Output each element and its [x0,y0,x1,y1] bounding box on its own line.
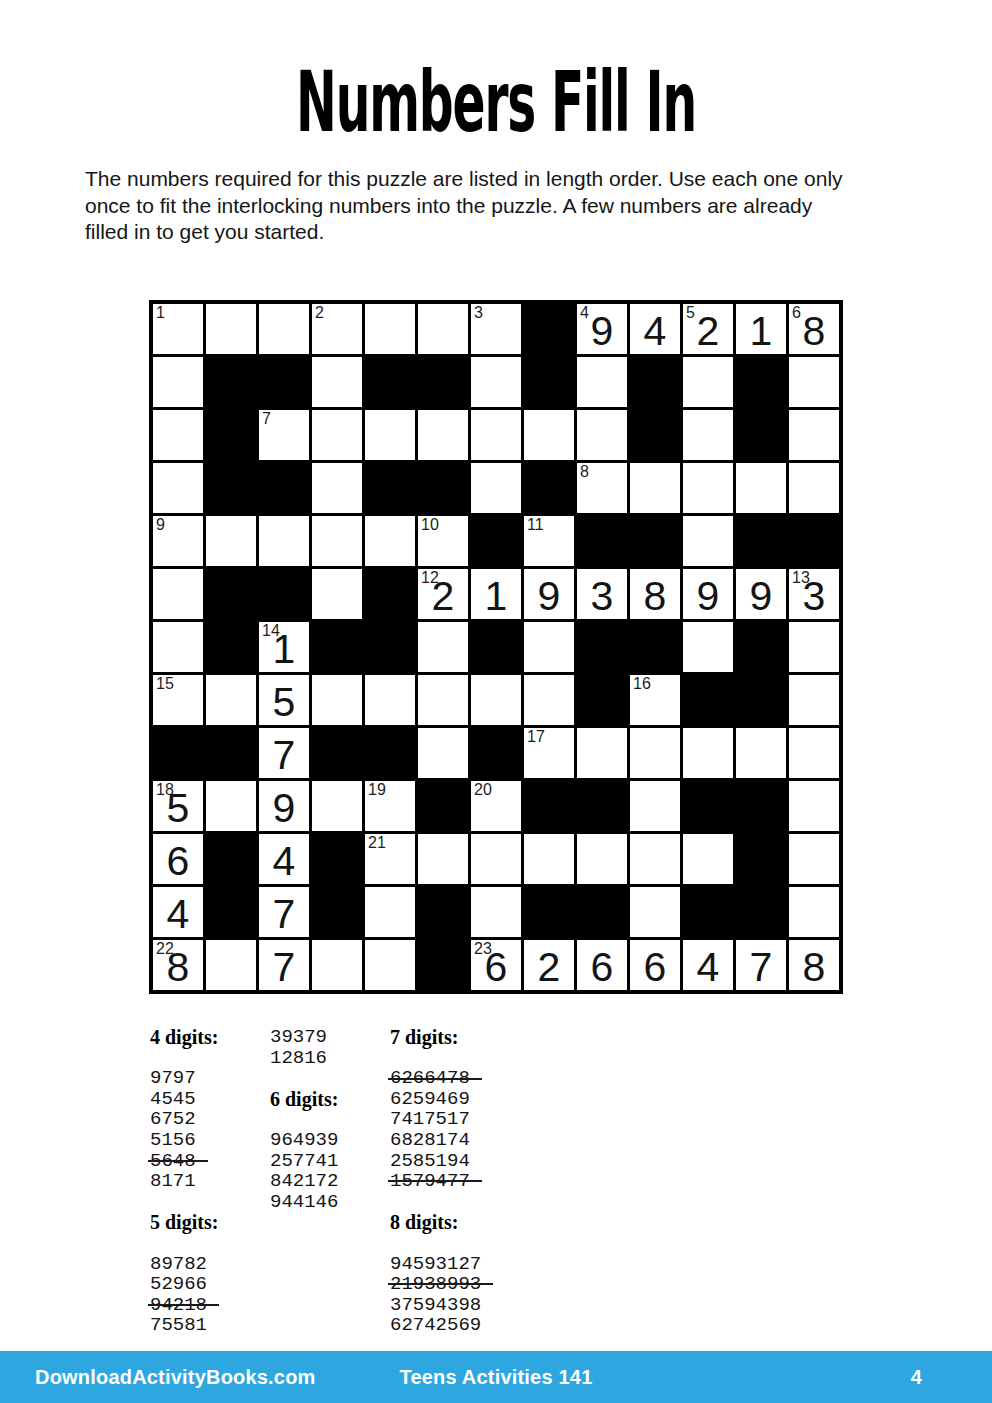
grid-cell[interactable] [153,622,203,672]
list-number-struck: 5648 [150,1150,268,1171]
list-number: 5156 [150,1129,268,1150]
cell-value: 7 [259,728,309,778]
clue-number: 16 [633,676,651,693]
footer-book-title: Teens Activities 141 [0,1351,992,1403]
grid-cell[interactable]: 15 [153,675,203,725]
cell-value: 4 [630,304,680,354]
black-cell [206,887,256,937]
cell-value: 1 [471,569,521,619]
black-cell [524,463,574,513]
grid-cell[interactable] [418,304,468,354]
black-cell [683,781,733,831]
grid-cell[interactable] [471,675,521,725]
grid-cell[interactable]: 4 [630,304,680,354]
grid-cell[interactable]: 20 [471,781,521,831]
grid-cell[interactable] [789,781,839,831]
list-spacer [270,1067,388,1088]
instructions-line: filled in to get you started. [85,219,930,246]
cell-value: 7 [259,887,309,937]
grid-cell[interactable] [683,622,733,672]
black-cell [683,887,733,937]
puzzle-title: Numbers Fill In [208,60,783,144]
grid-cell[interactable] [206,516,256,566]
list-number-struck: 21938993 [390,1273,508,1294]
black-cell [206,622,256,672]
grid-cell[interactable] [312,463,362,513]
grid-cell[interactable]: 133 [789,569,839,619]
black-cell [524,304,574,354]
cell-value: 8 [789,940,839,990]
grid-cell[interactable] [789,834,839,884]
black-cell [365,622,415,672]
grid-cell[interactable] [365,887,415,937]
cell-value: 1 [736,304,786,354]
clue-number: 7 [262,411,271,428]
clue-number: 11 [527,517,544,534]
list-header: 5 digits: [150,1211,268,1232]
list-number: 6828174 [390,1129,508,1150]
clue-number: 17 [527,729,545,746]
instructions-line: once to fit the interlocking numbers int… [85,193,930,220]
grid-cell[interactable] [683,728,733,778]
cell-value: 1 [259,622,309,672]
cell-value: 9 [577,304,627,354]
grid-cell[interactable]: 236 [471,940,521,990]
clue-number: 20 [474,782,492,799]
black-cell [736,781,786,831]
grid-cell[interactable]: 9 [736,569,786,619]
grid-cell[interactable] [365,516,415,566]
black-cell [418,781,468,831]
grid-cell[interactable] [312,675,362,725]
grid-cell[interactable] [630,887,680,937]
black-cell [206,463,256,513]
list-spacer [390,1232,508,1253]
grid-cell[interactable]: 6 [577,940,627,990]
cell-value: 4 [153,887,203,937]
grid-cell[interactable]: 2 [312,304,362,354]
black-cell [736,622,786,672]
list-number-struck: 1579477 [390,1170,508,1191]
grid-cell[interactable]: 19 [365,781,415,831]
black-cell [418,463,468,513]
cell-value: 9 [683,569,733,619]
black-cell [577,516,627,566]
black-cell [418,887,468,937]
grid-cell[interactable] [524,834,574,884]
list-spacer [150,1232,268,1253]
grid-cell[interactable]: 3 [471,304,521,354]
black-cell [365,569,415,619]
grid-cell[interactable] [418,728,468,778]
cell-value: 9 [524,569,574,619]
grid-cell[interactable] [683,357,733,407]
list-number: 6259469 [390,1088,508,1109]
list-number-struck: 6266478 [390,1067,508,1088]
black-cell [683,675,733,725]
cell-value: 8 [153,940,203,990]
list-header: 4 digits: [150,1026,268,1047]
black-cell [259,569,309,619]
black-cell [312,622,362,672]
grid-cell[interactable]: 16 [630,675,680,725]
black-cell [418,357,468,407]
grid-cell[interactable] [630,728,680,778]
grid-cell[interactable]: 49 [577,304,627,354]
grid-cell[interactable] [206,675,256,725]
grid-cell[interactable]: 185 [153,781,203,831]
grid-cell[interactable]: 1 [471,569,521,619]
clue-number: 10 [421,517,439,534]
grid-cell[interactable] [312,410,362,460]
instructions-line: The numbers required for this puzzle are… [85,166,930,193]
instructions: The numbers required for this puzzle are… [85,166,930,246]
grid-cell[interactable] [577,357,627,407]
cell-value: 9 [259,781,309,831]
list-number: 75581 [150,1314,268,1335]
black-cell [206,834,256,884]
grid-cell[interactable] [418,834,468,884]
black-cell [312,728,362,778]
black-cell [736,410,786,460]
list-number: 6752 [150,1108,268,1129]
list-number: 39379 [270,1026,388,1047]
list-number: 944146 [270,1191,388,1212]
cell-value: 8 [630,569,680,619]
footer-bar: DownloadActivityBooks.com Teens Activiti… [0,1351,992,1403]
grid-cell[interactable] [630,834,680,884]
black-cell [206,728,256,778]
clue-number: 1 [156,305,165,322]
list-number: 842172 [270,1170,388,1191]
list-spacer [270,1108,388,1129]
black-cell [153,728,203,778]
black-cell [312,887,362,937]
grid-cell[interactable]: 10 [418,516,468,566]
grid-cell[interactable]: 5 [259,675,309,725]
grid-cell[interactable] [736,463,786,513]
grid-cell[interactable]: 9 [524,569,574,619]
black-cell [259,357,309,407]
number-list-col-3: 7 digits:6266478625946974175176828174258… [390,1026,508,1335]
cell-value: 3 [577,569,627,619]
grid-cell[interactable] [789,622,839,672]
clue-number: 19 [368,782,386,799]
grid-cell[interactable] [153,569,203,619]
black-cell [365,463,415,513]
grid-cell[interactable]: 4 [683,940,733,990]
black-cell [736,516,786,566]
black-cell [630,357,680,407]
grid-cell[interactable]: 7 [259,410,309,460]
list-spacer [150,1047,268,1068]
grid-cell[interactable] [789,410,839,460]
grid-cell[interactable]: 3 [577,569,627,619]
black-cell [206,357,256,407]
black-cell [418,940,468,990]
grid-cell[interactable] [524,410,574,460]
list-number: 12816 [270,1047,388,1068]
number-list-col-1: 4 digits:9797454567525156564881715 digit… [150,1026,268,1335]
cell-value: 7 [736,940,786,990]
list-number: 89782 [150,1253,268,1274]
grid-cell[interactable]: 17 [524,728,574,778]
grid-cell[interactable] [312,516,362,566]
clue-number: 15 [156,676,174,693]
cell-value: 6 [471,940,521,990]
grid-cell[interactable]: 7 [259,887,309,937]
list-number: 2585194 [390,1150,508,1171]
black-cell [365,728,415,778]
cell-value: 4 [683,940,733,990]
black-cell [471,728,521,778]
grid-cell[interactable]: 9 [259,781,309,831]
black-cell [206,569,256,619]
list-number: 37594398 [390,1294,508,1315]
black-cell [206,410,256,460]
list-number: 964939 [270,1129,388,1150]
cell-value: 7 [259,940,309,990]
black-cell [789,516,839,566]
grid-cell[interactable] [630,781,680,831]
black-cell [736,887,786,937]
list-number: 9797 [150,1067,268,1088]
grid-cell[interactable]: 6 [153,834,203,884]
grid-cell[interactable]: 8 [789,940,839,990]
grid-cell[interactable] [312,781,362,831]
list-number: 94593127 [390,1253,508,1274]
black-cell [524,357,574,407]
black-cell [630,516,680,566]
grid-cell[interactable]: 9 [153,516,203,566]
black-cell [365,357,415,407]
list-number: 7417517 [390,1108,508,1129]
grid-cell[interactable] [524,622,574,672]
cell-value: 2 [418,569,468,619]
clue-number: 3 [474,305,483,322]
list-number: 8171 [150,1170,268,1191]
grid-cell[interactable] [365,304,415,354]
black-cell [736,357,786,407]
black-cell [471,622,521,672]
grid-cell[interactable] [206,781,256,831]
grid-cell[interactable]: 2 [524,940,574,990]
grid-cell[interactable] [365,940,415,990]
black-cell [736,675,786,725]
grid-cell[interactable] [471,887,521,937]
black-cell [524,781,574,831]
grid-cell[interactable] [365,675,415,725]
list-number-struck: 94218 [150,1294,268,1315]
list-spacer [390,1191,508,1212]
puzzle-grid: 1234945216878910111221938991331411551671… [149,300,843,994]
black-cell [736,834,786,884]
list-header: 6 digits: [270,1088,388,1109]
grid-cell[interactable] [471,834,521,884]
list-header: 7 digits: [390,1026,508,1047]
clue-number: 2 [315,305,324,322]
grid-cell[interactable] [789,675,839,725]
grid-cell[interactable] [577,728,627,778]
grid-cell[interactable] [736,728,786,778]
list-number: 4545 [150,1088,268,1109]
black-cell [630,410,680,460]
grid-cell[interactable]: 7 [736,940,786,990]
grid-cell[interactable] [683,834,733,884]
grid-cell[interactable] [471,463,521,513]
cell-value: 6 [153,834,203,884]
grid-cell[interactable] [577,410,627,460]
grid-cell[interactable]: 8 [577,463,627,513]
black-cell [259,463,309,513]
black-cell [524,887,574,937]
black-cell [312,834,362,884]
cell-value: 2 [683,304,733,354]
grid-cell[interactable] [259,304,309,354]
grid-cell[interactable] [418,675,468,725]
cell-value: 5 [153,781,203,831]
grid-cell[interactable]: 4 [153,887,203,937]
grid-cell[interactable]: 6 [630,940,680,990]
grid-cell[interactable] [206,940,256,990]
cell-value: 6 [577,940,627,990]
black-cell [577,887,627,937]
grid-cell[interactable] [153,463,203,513]
grid-cell[interactable] [789,728,839,778]
list-header: 8 digits: [390,1211,508,1232]
grid-cell[interactable]: 1 [153,304,203,354]
grid-cell[interactable] [312,940,362,990]
grid-cell[interactable] [153,410,203,460]
grid-cell[interactable] [206,304,256,354]
cell-value: 4 [259,834,309,884]
cell-value: 8 [789,304,839,354]
list-number: 62742569 [390,1314,508,1335]
page: { "game": "number-fill-in (crossword-sty… [0,0,992,1403]
grid-cell[interactable]: 4 [259,834,309,884]
grid-cell[interactable]: 1 [736,304,786,354]
grid-cell[interactable] [471,357,521,407]
cell-value: 9 [736,569,786,619]
grid-cell[interactable] [312,569,362,619]
grid-cell[interactable]: 228 [153,940,203,990]
cell-value: 2 [524,940,574,990]
grid-cell[interactable] [683,463,733,513]
cell-value: 6 [630,940,680,990]
black-cell [577,781,627,831]
grid-cell[interactable] [789,887,839,937]
grid-cell[interactable]: 141 [259,622,309,672]
clue-number: 21 [368,835,386,852]
grid-cell[interactable]: 11 [524,516,574,566]
list-spacer [150,1191,268,1212]
grid-cell[interactable] [524,675,574,725]
black-cell [471,516,521,566]
grid-cell[interactable] [312,357,362,407]
grid-cell[interactable] [789,357,839,407]
grid-cell[interactable] [259,516,309,566]
clue-number: 8 [580,464,589,481]
grid-cell[interactable]: 21 [365,834,415,884]
grid-cell[interactable] [418,622,468,672]
grid-cell[interactable] [153,357,203,407]
black-cell [577,622,627,672]
grid-cell[interactable] [577,834,627,884]
grid-cell[interactable]: 68 [789,304,839,354]
grid-cell[interactable]: 122 [418,569,468,619]
clue-number: 9 [156,517,165,534]
grid-cell[interactable] [365,410,415,460]
grid-cell[interactable] [683,516,733,566]
grid-cell[interactable]: 8 [630,569,680,619]
grid-cell[interactable]: 52 [683,304,733,354]
footer-page-number: 4 [911,1351,922,1403]
grid-cell[interactable] [789,463,839,513]
list-number: 52966 [150,1273,268,1294]
grid-cell[interactable]: 7 [259,940,309,990]
grid-cell[interactable] [471,410,521,460]
cell-value: 3 [789,569,839,619]
grid-cell[interactable]: 9 [683,569,733,619]
list-spacer [390,1047,508,1068]
cell-value: 5 [259,675,309,725]
list-number: 257741 [270,1150,388,1171]
black-cell [577,675,627,725]
grid-cell[interactable] [683,410,733,460]
number-list-col-2: 39379128166 digits:964939257741842172944… [270,1026,388,1211]
grid-cell[interactable] [418,410,468,460]
black-cell [630,622,680,672]
grid-cell[interactable] [630,463,680,513]
grid-cell[interactable]: 7 [259,728,309,778]
